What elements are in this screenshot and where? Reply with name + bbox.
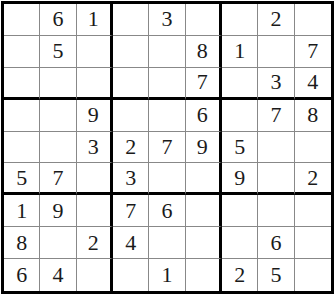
- sudoku-cell-r8c9[interactable]: [295, 227, 331, 259]
- sudoku-cell-r4c9[interactable]: 8: [295, 100, 331, 132]
- sudoku-cell-r8c3[interactable]: 2: [77, 227, 113, 259]
- sudoku-cell-r2c6[interactable]: 8: [186, 36, 222, 68]
- sudoku-cell-r3c7[interactable]: [222, 68, 258, 100]
- sudoku-cell-r9c2[interactable]: 4: [40, 259, 76, 291]
- sudoku-cell-r9c1[interactable]: 6: [4, 259, 40, 291]
- sudoku-cell-r7c9[interactable]: [295, 195, 331, 227]
- sudoku-cell-r9c4[interactable]: [113, 259, 149, 291]
- sudoku-cell-r3c1[interactable]: [4, 68, 40, 100]
- sudoku-cell-r5c3[interactable]: 3: [77, 132, 113, 164]
- sudoku-cell-r4c7[interactable]: [222, 100, 258, 132]
- sudoku-cell-r2c9[interactable]: 7: [295, 36, 331, 68]
- sudoku-cell-r1c6[interactable]: [186, 4, 222, 36]
- sudoku-cell-r5c1[interactable]: [4, 132, 40, 164]
- sudoku-cell-r1c7[interactable]: [222, 4, 258, 36]
- sudoku-cell-r6c2[interactable]: 7: [40, 163, 76, 195]
- sudoku-cell-r5c2[interactable]: [40, 132, 76, 164]
- sudoku-cell-r9c9[interactable]: [295, 259, 331, 291]
- sudoku-cell-r6c1[interactable]: 5: [4, 163, 40, 195]
- sudoku-cell-r6c7[interactable]: 9: [222, 163, 258, 195]
- sudoku-cell-r9c3[interactable]: [77, 259, 113, 291]
- sudoku-cell-r6c6[interactable]: [186, 163, 222, 195]
- sudoku-cell-r3c8[interactable]: 3: [258, 68, 294, 100]
- sudoku-cell-r3c3[interactable]: [77, 68, 113, 100]
- sudoku-cell-r7c4[interactable]: 7: [113, 195, 149, 227]
- sudoku-cell-r9c7[interactable]: 2: [222, 259, 258, 291]
- sudoku-cell-r6c9[interactable]: 2: [295, 163, 331, 195]
- sudoku-cell-r4c8[interactable]: 7: [258, 100, 294, 132]
- sudoku-cell-r2c8[interactable]: [258, 36, 294, 68]
- sudoku-cell-r5c7[interactable]: 5: [222, 132, 258, 164]
- sudoku-cell-r6c8[interactable]: [258, 163, 294, 195]
- sudoku-cell-r8c5[interactable]: [149, 227, 185, 259]
- sudoku-cell-r8c4[interactable]: 4: [113, 227, 149, 259]
- sudoku-cell-r2c5[interactable]: [149, 36, 185, 68]
- sudoku-cell-r8c7[interactable]: [222, 227, 258, 259]
- sudoku-cell-r7c8[interactable]: [258, 195, 294, 227]
- sudoku-board: 61325817734967832795573921976824664125: [1, 1, 334, 294]
- sudoku-cell-r8c8[interactable]: 6: [258, 227, 294, 259]
- sudoku-cell-r8c1[interactable]: 8: [4, 227, 40, 259]
- sudoku-cell-r1c2[interactable]: 6: [40, 4, 76, 36]
- sudoku-cell-r7c3[interactable]: [77, 195, 113, 227]
- sudoku-cell-r9c5[interactable]: 1: [149, 259, 185, 291]
- sudoku-cell-r6c4[interactable]: 3: [113, 163, 149, 195]
- sudoku-cell-r5c5[interactable]: 7: [149, 132, 185, 164]
- sudoku-cell-r8c6[interactable]: [186, 227, 222, 259]
- sudoku-cell-r1c5[interactable]: 3: [149, 4, 185, 36]
- sudoku-cell-r1c4[interactable]: [113, 4, 149, 36]
- sudoku-cell-r2c7[interactable]: 1: [222, 36, 258, 68]
- sudoku-cell-r2c3[interactable]: [77, 36, 113, 68]
- sudoku-cell-r6c5[interactable]: [149, 163, 185, 195]
- sudoku-cell-r4c1[interactable]: [4, 100, 40, 132]
- sudoku-cell-r5c6[interactable]: 9: [186, 132, 222, 164]
- sudoku-cell-r2c1[interactable]: [4, 36, 40, 68]
- sudoku-cell-r9c8[interactable]: 5: [258, 259, 294, 291]
- sudoku-cell-r7c2[interactable]: 9: [40, 195, 76, 227]
- sudoku-cell-r1c3[interactable]: 1: [77, 4, 113, 36]
- sudoku-cell-r1c9[interactable]: [295, 4, 331, 36]
- sudoku-cell-r2c4[interactable]: [113, 36, 149, 68]
- sudoku-cell-r3c9[interactable]: 4: [295, 68, 331, 100]
- sudoku-cell-r4c2[interactable]: [40, 100, 76, 132]
- sudoku-cell-r7c6[interactable]: [186, 195, 222, 227]
- sudoku-cell-r5c8[interactable]: [258, 132, 294, 164]
- sudoku-cell-r5c4[interactable]: 2: [113, 132, 149, 164]
- sudoku-cell-r4c4[interactable]: [113, 100, 149, 132]
- sudoku-cell-r2c2[interactable]: 5: [40, 36, 76, 68]
- sudoku-cell-r1c8[interactable]: 2: [258, 4, 294, 36]
- sudoku-cell-r5c9[interactable]: [295, 132, 331, 164]
- sudoku-puzzle: 61325817734967832795573921976824664125: [0, 0, 335, 295]
- sudoku-cell-r4c6[interactable]: 6: [186, 100, 222, 132]
- sudoku-cell-r1c1[interactable]: [4, 4, 40, 36]
- sudoku-cell-r7c1[interactable]: 1: [4, 195, 40, 227]
- sudoku-cell-r7c7[interactable]: [222, 195, 258, 227]
- sudoku-cell-r3c5[interactable]: [149, 68, 185, 100]
- sudoku-cell-r4c5[interactable]: [149, 100, 185, 132]
- sudoku-cell-r7c5[interactable]: 6: [149, 195, 185, 227]
- sudoku-cell-r4c3[interactable]: 9: [77, 100, 113, 132]
- sudoku-cell-r9c6[interactable]: [186, 259, 222, 291]
- sudoku-cell-r3c4[interactable]: [113, 68, 149, 100]
- sudoku-cell-r8c2[interactable]: [40, 227, 76, 259]
- sudoku-cell-r3c6[interactable]: 7: [186, 68, 222, 100]
- sudoku-cell-r3c2[interactable]: [40, 68, 76, 100]
- sudoku-cell-r6c3[interactable]: [77, 163, 113, 195]
